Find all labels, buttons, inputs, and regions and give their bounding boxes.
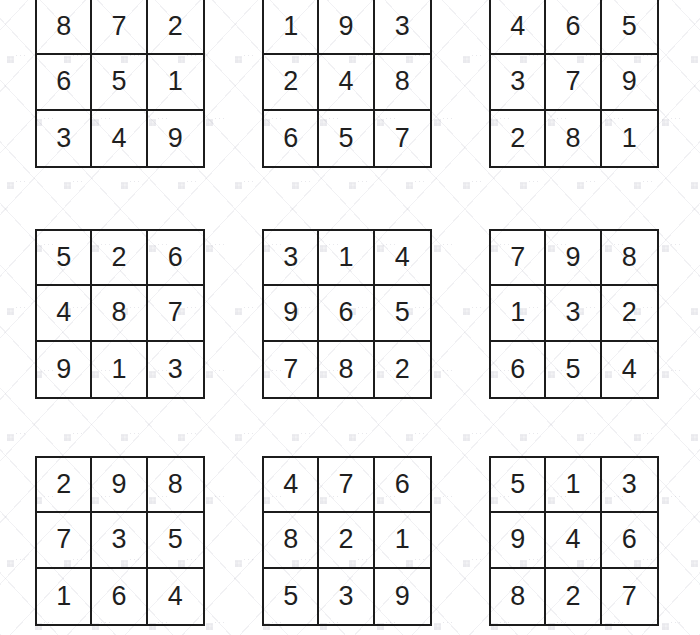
cell-r8c3: 5 — [148, 513, 203, 568]
cell-r3c2: 4 — [92, 111, 147, 166]
cell-r2c3: 1 — [148, 55, 203, 110]
sudoku-block-7: 298735164 — [35, 456, 205, 626]
cell-r6c5: 8 — [319, 342, 374, 397]
cell-r1c6: 3 — [375, 0, 430, 55]
cell-r1c8: 6 — [546, 0, 601, 55]
cell-r6c4: 7 — [264, 342, 319, 397]
sudoku-block-9: 513946827 — [489, 456, 659, 626]
cell-r2c4: 2 — [264, 55, 319, 110]
cell-r3c6: 7 — [375, 111, 430, 166]
cell-r9c5: 3 — [319, 569, 374, 624]
sudoku-block-6: 798132654 — [489, 229, 659, 399]
cell-r4c2: 2 — [92, 231, 147, 286]
cell-r2c9: 9 — [602, 55, 657, 110]
cell-r6c1: 9 — [37, 342, 92, 397]
cell-r3c3: 9 — [148, 111, 203, 166]
cell-r8c9: 6 — [602, 513, 657, 568]
cell-r9c9: 7 — [602, 569, 657, 624]
cell-r8c2: 3 — [92, 513, 147, 568]
cell-r7c8: 1 — [546, 458, 601, 513]
cell-r5c5: 6 — [319, 286, 374, 341]
cell-r3c5: 5 — [319, 111, 374, 166]
cell-r3c1: 3 — [37, 111, 92, 166]
cell-r6c2: 1 — [92, 342, 147, 397]
cell-r4c9: 8 — [602, 231, 657, 286]
cell-r7c6: 6 — [375, 458, 430, 513]
cell-r5c6: 5 — [375, 286, 430, 341]
cell-r3c4: 6 — [264, 111, 319, 166]
cell-r2c1: 6 — [37, 55, 92, 110]
cell-r9c2: 6 — [92, 569, 147, 624]
cell-r5c7: 1 — [491, 286, 546, 341]
cell-r3c7: 2 — [491, 111, 546, 166]
cell-r8c7: 9 — [491, 513, 546, 568]
cell-r3c8: 8 — [546, 111, 601, 166]
cell-r7c2: 9 — [92, 458, 147, 513]
cell-r6c9: 4 — [602, 342, 657, 397]
cell-r2c7: 3 — [491, 55, 546, 110]
cell-r1c1: 8 — [37, 0, 92, 55]
sudoku-board: 8726513491932486574653792815264879133149… — [0, 0, 700, 635]
cell-r5c3: 7 — [148, 286, 203, 341]
cell-r9c3: 4 — [148, 569, 203, 624]
cell-r1c3: 2 — [148, 0, 203, 55]
cell-r8c5: 2 — [319, 513, 374, 568]
cell-r1c5: 9 — [319, 0, 374, 55]
cell-r2c8: 7 — [546, 55, 601, 110]
cell-r5c2: 8 — [92, 286, 147, 341]
cell-r5c1: 4 — [37, 286, 92, 341]
cell-r1c7: 4 — [491, 0, 546, 55]
cell-r4c5: 1 — [319, 231, 374, 286]
cell-r1c4: 1 — [264, 0, 319, 55]
cell-r4c1: 5 — [37, 231, 92, 286]
cell-r2c2: 5 — [92, 55, 147, 110]
cell-r7c9: 3 — [602, 458, 657, 513]
cell-r9c8: 2 — [546, 569, 601, 624]
cell-r1c2: 7 — [92, 0, 147, 55]
cell-r2c6: 8 — [375, 55, 430, 110]
cell-r7c1: 2 — [37, 458, 92, 513]
cell-r5c9: 2 — [602, 286, 657, 341]
cell-r9c7: 8 — [491, 569, 546, 624]
cell-r8c8: 4 — [546, 513, 601, 568]
sudoku-block-4: 526487913 — [35, 229, 205, 399]
cell-r6c8: 5 — [546, 342, 601, 397]
cell-r4c3: 6 — [148, 231, 203, 286]
cell-r4c7: 7 — [491, 231, 546, 286]
sudoku-block-2: 193248657 — [262, 0, 432, 168]
cell-r7c3: 8 — [148, 458, 203, 513]
cell-r4c6: 4 — [375, 231, 430, 286]
cell-r5c4: 9 — [264, 286, 319, 341]
sudoku-block-5: 314965782 — [262, 229, 432, 399]
cell-r9c6: 9 — [375, 569, 430, 624]
cell-r1c9: 5 — [602, 0, 657, 55]
sudoku-block-1: 872651349 — [35, 0, 205, 168]
sudoku-block-8: 476821539 — [262, 456, 432, 626]
cell-r9c1: 1 — [37, 569, 92, 624]
cell-r2c5: 4 — [319, 55, 374, 110]
sudoku-worksheet: ▦˙˙˙▦˙˙˙▦˙˙˙▦˙˙˙▦˙˙˙▦˙˙˙▦˙˙˙▦˙˙˙▦˙˙˙▦˙˙˙… — [0, 0, 700, 635]
cell-r6c3: 3 — [148, 342, 203, 397]
cell-r3c9: 1 — [602, 111, 657, 166]
cell-r7c7: 5 — [491, 458, 546, 513]
cell-r4c8: 9 — [546, 231, 601, 286]
cell-r9c4: 5 — [264, 569, 319, 624]
cell-r6c6: 2 — [375, 342, 430, 397]
cell-r7c4: 4 — [264, 458, 319, 513]
cell-r8c1: 7 — [37, 513, 92, 568]
cell-r7c5: 7 — [319, 458, 374, 513]
cell-r8c6: 1 — [375, 513, 430, 568]
sudoku-block-3: 465379281 — [489, 0, 659, 168]
cell-r8c4: 8 — [264, 513, 319, 568]
cell-r6c7: 6 — [491, 342, 546, 397]
cell-r5c8: 3 — [546, 286, 601, 341]
cell-r4c4: 3 — [264, 231, 319, 286]
